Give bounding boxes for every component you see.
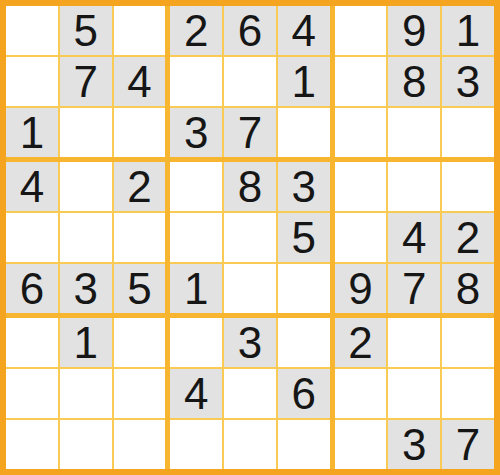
- cell-r2c7[interactable]: [335, 57, 387, 106]
- given-cell-r3c4[interactable]: 3: [170, 108, 222, 157]
- cell-r5c3[interactable]: [114, 213, 166, 262]
- cell-r8c3[interactable]: [114, 369, 166, 418]
- box-9: 237: [335, 318, 494, 469]
- cell-r3c9[interactable]: [442, 108, 494, 157]
- cell-r5c7[interactable]: [335, 213, 387, 262]
- cell-r3c6[interactable]: [278, 108, 330, 157]
- cell-r6c5[interactable]: [224, 264, 276, 313]
- cell-r3c8[interactable]: [388, 108, 440, 157]
- given-cell-r4c6[interactable]: 3: [278, 162, 330, 211]
- given-cell-r6c4[interactable]: 1: [170, 264, 222, 313]
- given-cell-r6c9[interactable]: 8: [442, 264, 494, 313]
- given-cell-r6c1[interactable]: 6: [6, 264, 58, 313]
- given-cell-r7c7[interactable]: 2: [335, 318, 387, 367]
- cell-r7c9[interactable]: [442, 318, 494, 367]
- given-cell-r1c6[interactable]: 4: [278, 6, 330, 55]
- given-cell-r9c8[interactable]: 3: [388, 420, 440, 469]
- given-cell-r8c4[interactable]: 4: [170, 369, 222, 418]
- cell-r9c3[interactable]: [114, 420, 166, 469]
- cell-r7c4[interactable]: [170, 318, 222, 367]
- given-cell-r6c8[interactable]: 7: [388, 264, 440, 313]
- given-cell-r3c1[interactable]: 1: [6, 108, 58, 157]
- given-cell-r1c8[interactable]: 9: [388, 6, 440, 55]
- given-cell-r2c9[interactable]: 3: [442, 57, 494, 106]
- cell-r9c1[interactable]: [6, 420, 58, 469]
- cell-r5c5[interactable]: [224, 213, 276, 262]
- given-cell-r2c2[interactable]: 7: [60, 57, 112, 106]
- cell-r8c2[interactable]: [60, 369, 112, 418]
- box-6: 42978: [335, 162, 494, 313]
- cell-r7c3[interactable]: [114, 318, 166, 367]
- cell-r8c1[interactable]: [6, 369, 58, 418]
- given-cell-r6c2[interactable]: 3: [60, 264, 112, 313]
- cell-r9c4[interactable]: [170, 420, 222, 469]
- given-cell-r6c3[interactable]: 5: [114, 264, 166, 313]
- cell-r3c7[interactable]: [335, 108, 387, 157]
- given-cell-r4c1[interactable]: 4: [6, 162, 58, 211]
- cell-r8c5[interactable]: [224, 369, 276, 418]
- sudoku-board: 57412641379183426358351429781346237: [0, 0, 500, 475]
- box-8: 346: [170, 318, 329, 469]
- cell-r4c9[interactable]: [442, 162, 494, 211]
- given-cell-r5c8[interactable]: 4: [388, 213, 440, 262]
- given-cell-r8c6[interactable]: 6: [278, 369, 330, 418]
- cell-r4c2[interactable]: [60, 162, 112, 211]
- cell-r5c4[interactable]: [170, 213, 222, 262]
- cell-r3c3[interactable]: [114, 108, 166, 157]
- cell-r9c6[interactable]: [278, 420, 330, 469]
- given-cell-r1c9[interactable]: 1: [442, 6, 494, 55]
- cell-r6c6[interactable]: [278, 264, 330, 313]
- given-cell-r7c2[interactable]: 1: [60, 318, 112, 367]
- given-cell-r2c3[interactable]: 4: [114, 57, 166, 106]
- given-cell-r6c7[interactable]: 9: [335, 264, 387, 313]
- given-cell-r5c9[interactable]: 2: [442, 213, 494, 262]
- cell-r5c1[interactable]: [6, 213, 58, 262]
- given-cell-r1c2[interactable]: 5: [60, 6, 112, 55]
- given-cell-r1c4[interactable]: 2: [170, 6, 222, 55]
- given-cell-r7c5[interactable]: 3: [224, 318, 276, 367]
- cell-r9c2[interactable]: [60, 420, 112, 469]
- given-cell-r4c5[interactable]: 8: [224, 162, 276, 211]
- given-cell-r3c5[interactable]: 7: [224, 108, 276, 157]
- cell-r2c5[interactable]: [224, 57, 276, 106]
- cell-r5c2[interactable]: [60, 213, 112, 262]
- box-3: 9183: [335, 6, 494, 157]
- cell-r7c8[interactable]: [388, 318, 440, 367]
- cell-r1c7[interactable]: [335, 6, 387, 55]
- cell-r3c2[interactable]: [60, 108, 112, 157]
- box-1: 5741: [6, 6, 165, 157]
- cell-r8c7[interactable]: [335, 369, 387, 418]
- given-cell-r2c8[interactable]: 8: [388, 57, 440, 106]
- cell-r2c4[interactable]: [170, 57, 222, 106]
- cell-r4c8[interactable]: [388, 162, 440, 211]
- box-2: 264137: [170, 6, 329, 157]
- given-cell-r5c6[interactable]: 5: [278, 213, 330, 262]
- cell-r4c4[interactable]: [170, 162, 222, 211]
- cell-r9c5[interactable]: [224, 420, 276, 469]
- given-cell-r1c5[interactable]: 6: [224, 6, 276, 55]
- cell-r7c6[interactable]: [278, 318, 330, 367]
- cell-r9c7[interactable]: [335, 420, 387, 469]
- cell-r8c9[interactable]: [442, 369, 494, 418]
- cell-r4c7[interactable]: [335, 162, 387, 211]
- box-7: 1: [6, 318, 165, 469]
- cell-r1c3[interactable]: [114, 6, 166, 55]
- given-cell-r9c9[interactable]: 7: [442, 420, 494, 469]
- cell-r1c1[interactable]: [6, 6, 58, 55]
- cell-r7c1[interactable]: [6, 318, 58, 367]
- box-5: 8351: [170, 162, 329, 313]
- box-4: 42635: [6, 162, 165, 313]
- cell-r2c1[interactable]: [6, 57, 58, 106]
- given-cell-r4c3[interactable]: 2: [114, 162, 166, 211]
- given-cell-r2c6[interactable]: 1: [278, 57, 330, 106]
- cell-r8c8[interactable]: [388, 369, 440, 418]
